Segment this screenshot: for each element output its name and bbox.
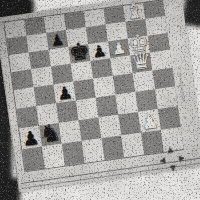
square-g5: ♛ [130,53,152,74]
emblem-caption: ··· [178,166,181,170]
play-area: ♝♟♚♟♟♚♛♟♟♞♟ [4,0,182,171]
piece-white-queen: ♛ [129,47,153,73]
chess-board: ♝♟♚♟♟♚♛♟♟♞♟ ıllıılıllıılı ♣ ♣ ♣ ♣ ··· [0,0,200,192]
piece-black-pawn: ♟ [56,84,74,103]
square-d6: ♚ [68,44,90,64]
square-e6: ♟ [88,41,110,61]
piece-white-bishop: ♝ [122,0,146,24]
piece-black-pawn: ♟ [50,32,66,49]
piece-white-pawn: ♟ [111,40,127,58]
photo-background: ♝♟♚♟♟♚♛♟♟♞♟ ıllıılıllıılı ♣ ♣ ♣ ♣ ··· [0,0,200,200]
square-h2 [158,106,181,130]
square-b2: ♞ [39,123,62,147]
piece-black-pawn: ♟ [91,43,107,61]
club-icon: ♣ [166,147,174,156]
piece-black-knight: ♞ [38,120,63,147]
piece-black-king: ♚ [67,38,91,64]
piece-white-pawn: ♟ [140,111,160,133]
piece-black-pawn: ♟ [21,128,41,150]
square-c4: ♟ [53,82,75,104]
square-c7: ♟ [46,30,68,50]
square-g8: ♝ [123,3,145,22]
